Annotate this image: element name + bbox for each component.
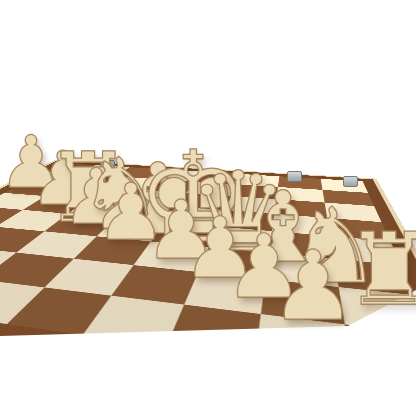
chess-set-product-photo: ♟♟♟♟♟♟♟♟♜♞♝♚♛♝♞♜ bbox=[0, 0, 416, 416]
white-pawn-a1[interactable]: ♟ bbox=[270, 238, 356, 334]
